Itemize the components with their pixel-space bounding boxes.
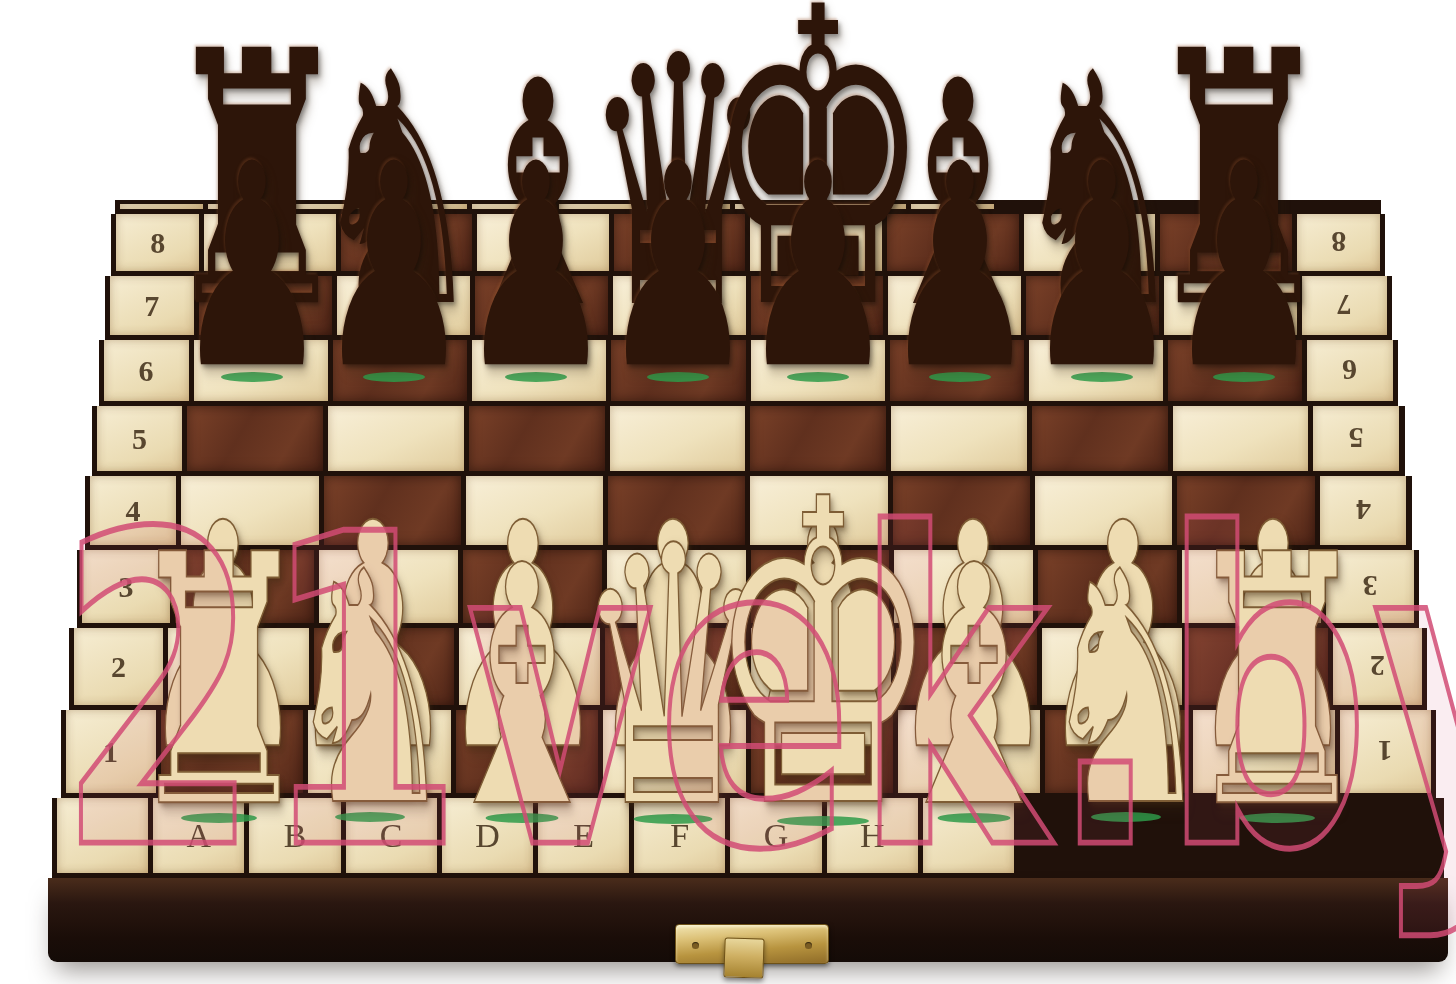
rank-label-text: 6 — [104, 340, 189, 401]
square-g4 — [1035, 476, 1172, 545]
bottom-corner-cell — [923, 798, 1014, 873]
rank-label-left-1: 1 — [66, 710, 156, 793]
square-h4 — [1177, 476, 1314, 545]
square-h7 — [1164, 276, 1297, 335]
top-border-cell — [823, 204, 906, 209]
square-c4 — [466, 476, 603, 545]
brass-clasp-tab — [723, 937, 764, 978]
rank-label-text: 7 — [110, 276, 194, 335]
square-e1 — [751, 710, 893, 793]
square-g8 — [1024, 214, 1156, 271]
square-e6 — [751, 340, 885, 401]
square-e3 — [751, 550, 890, 623]
clasp-screw-icon — [692, 942, 699, 949]
rank-label-left-4: 4 — [90, 476, 177, 545]
file-label-c: C — [346, 798, 437, 873]
square-h8 — [1160, 214, 1292, 271]
clasp-screw-icon — [805, 942, 812, 949]
rank-label-text: 7 — [1302, 276, 1386, 335]
rank-label-text: 2 — [1333, 628, 1422, 705]
square-f6 — [890, 340, 1024, 401]
file-label-g: G — [730, 798, 821, 873]
top-border-cell — [559, 204, 642, 209]
square-d4 — [608, 476, 745, 545]
rank-row-7: 77 — [105, 276, 1392, 340]
rank-row-3: 33 — [77, 550, 1419, 628]
square-h2 — [1187, 628, 1328, 705]
rank-label-text: 1 — [1340, 710, 1430, 793]
file-label-text: H — [827, 798, 918, 873]
rank-label-right-3: 3 — [1326, 550, 1414, 623]
top-border-cell — [384, 204, 467, 209]
top-border-cell — [647, 204, 730, 209]
rank-label-text: 3 — [1326, 550, 1414, 623]
square-a5 — [187, 406, 323, 471]
square-f5 — [891, 406, 1027, 471]
square-b1 — [308, 710, 450, 793]
square-f2 — [896, 628, 1037, 705]
square-a6 — [194, 340, 328, 401]
square-d8 — [614, 214, 746, 271]
square-a1 — [161, 710, 303, 793]
square-g7 — [1026, 276, 1159, 335]
square-c6 — [472, 340, 606, 401]
square-h5 — [1173, 406, 1309, 471]
file-label-e: E — [538, 798, 629, 873]
square-b5 — [328, 406, 464, 471]
rank-label-left-6: 6 — [104, 340, 189, 401]
square-c3 — [463, 550, 602, 623]
rank-row-2: 22 — [69, 628, 1427, 710]
square-e4 — [750, 476, 887, 545]
square-a2 — [168, 628, 309, 705]
border-row-bottom: ABCDEFGH — [52, 798, 1444, 878]
square-e5 — [750, 406, 886, 471]
square-c1 — [456, 710, 598, 793]
square-g6 — [1029, 340, 1163, 401]
square-c5 — [469, 406, 605, 471]
rank-label-text: 2 — [74, 628, 163, 705]
top-corner-cell — [911, 204, 994, 209]
square-e8 — [750, 214, 882, 271]
product-photo-scene: 8877665544332211ABCDEFGH ♜♞♝♛♚♝♞♜♟♟♟♟♟♟♟… — [0, 0, 1456, 984]
file-label-text: D — [442, 798, 533, 873]
top-corner-cell — [120, 204, 203, 209]
square-h3 — [1182, 550, 1321, 623]
square-a3 — [175, 550, 314, 623]
rank-row-6: 66 — [99, 340, 1398, 406]
rank-label-text: 4 — [90, 476, 177, 545]
square-g2 — [1042, 628, 1183, 705]
square-b3 — [319, 550, 458, 623]
rank-label-text: 8 — [116, 214, 199, 271]
rank-label-text: 6 — [1307, 340, 1392, 401]
bottom-corner-cell — [57, 798, 148, 873]
square-b6 — [333, 340, 467, 401]
square-b2 — [314, 628, 455, 705]
square-f7 — [888, 276, 1021, 335]
file-label-text: F — [634, 798, 725, 873]
square-f3 — [894, 550, 1033, 623]
rank-row-1: 11 — [61, 710, 1436, 798]
file-label-text: A — [153, 798, 244, 873]
square-d6 — [611, 340, 745, 401]
rank-label-right-4: 4 — [1320, 476, 1407, 545]
square-d7 — [613, 276, 746, 335]
square-b8 — [341, 214, 473, 271]
top-border-cell — [208, 204, 291, 209]
square-f4 — [893, 476, 1030, 545]
box-front-edge — [48, 878, 1448, 962]
square-f8 — [887, 214, 1019, 271]
file-label-text: G — [730, 798, 821, 873]
rank-label-text: 8 — [1297, 214, 1380, 271]
rank-label-left-8: 8 — [116, 214, 199, 271]
rank-label-right-8: 8 — [1297, 214, 1380, 271]
square-g5 — [1032, 406, 1168, 471]
top-border-cell — [296, 204, 379, 209]
square-c2 — [459, 628, 600, 705]
square-e7 — [751, 276, 884, 335]
square-d2 — [605, 628, 746, 705]
square-a8 — [204, 214, 336, 271]
square-a7 — [199, 276, 332, 335]
rank-label-left-2: 2 — [74, 628, 163, 705]
file-label-text: C — [346, 798, 437, 873]
file-label-f: F — [634, 798, 725, 873]
rank-label-text: 1 — [66, 710, 156, 793]
rank-label-text: 4 — [1320, 476, 1407, 545]
rank-row-5: 55 — [92, 406, 1405, 476]
rank-label-right-7: 7 — [1302, 276, 1386, 335]
rank-label-text: 5 — [1313, 406, 1399, 471]
file-label-d: D — [442, 798, 533, 873]
square-e2 — [751, 628, 892, 705]
square-a4 — [181, 476, 318, 545]
square-g1 — [1045, 710, 1187, 793]
rank-label-left-7: 7 — [110, 276, 194, 335]
rank-label-right-1: 1 — [1340, 710, 1430, 793]
top-border-cell — [472, 204, 555, 209]
file-label-a: A — [153, 798, 244, 873]
rank-label-left-5: 5 — [97, 406, 183, 471]
rank-label-text: 3 — [82, 550, 170, 623]
rank-label-right-2: 2 — [1333, 628, 1422, 705]
rank-label-right-6: 6 — [1307, 340, 1392, 401]
file-label-text: B — [249, 798, 340, 873]
rank-label-text: 5 — [97, 406, 183, 471]
square-h6 — [1168, 340, 1302, 401]
square-d5 — [610, 406, 746, 471]
file-label-b: B — [249, 798, 340, 873]
rank-label-right-5: 5 — [1313, 406, 1399, 471]
board: 8877665544332211ABCDEFGH — [48, 200, 1448, 878]
square-h1 — [1193, 710, 1335, 793]
border-row-top — [115, 200, 1381, 214]
square-b4 — [324, 476, 461, 545]
square-d1 — [603, 710, 745, 793]
square-d3 — [607, 550, 746, 623]
square-g3 — [1038, 550, 1177, 623]
top-border-cell — [735, 204, 818, 209]
square-c8 — [477, 214, 609, 271]
square-f1 — [898, 710, 1040, 793]
file-label-text: E — [538, 798, 629, 873]
square-b7 — [337, 276, 470, 335]
square-c7 — [475, 276, 608, 335]
rank-row-4: 44 — [85, 476, 1412, 550]
file-label-h: H — [827, 798, 918, 873]
rank-row-8: 88 — [111, 214, 1385, 276]
rank-label-left-3: 3 — [82, 550, 170, 623]
